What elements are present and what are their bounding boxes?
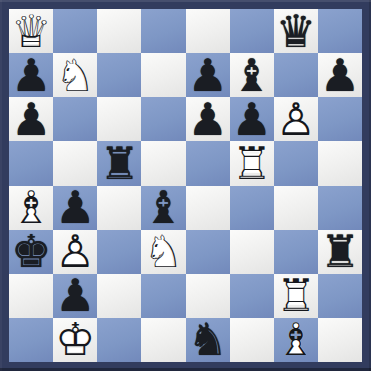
white-piece-outline-glyph: ♘ — [141, 230, 185, 274]
white-piece-outline-glyph: ♗ — [9, 186, 53, 230]
black-piece-glyph: ♚ — [9, 230, 53, 274]
black-piece-glyph: ♜ — [318, 230, 362, 274]
square-f3[interactable] — [230, 230, 274, 274]
square-a1[interactable] — [9, 318, 53, 362]
white-rook-piece[interactable]: ♜♖ — [230, 141, 274, 185]
square-f8[interactable] — [230, 9, 274, 53]
square-b3[interactable]: ♟♙ — [53, 230, 97, 274]
square-b4[interactable]: ♟ — [53, 186, 97, 230]
square-h4[interactable] — [318, 186, 362, 230]
square-e6[interactable]: ♟ — [186, 97, 230, 141]
square-d6[interactable] — [141, 97, 185, 141]
square-a6[interactable]: ♟ — [9, 97, 53, 141]
black-rook-piece[interactable]: ♜ — [97, 141, 141, 185]
white-bishop-piece[interactable]: ♝♗ — [9, 186, 53, 230]
black-piece-glyph: ♟ — [53, 274, 97, 318]
square-e1[interactable]: ♞ — [186, 318, 230, 362]
square-b5[interactable] — [53, 141, 97, 185]
square-d1[interactable] — [141, 318, 185, 362]
black-knight-piece[interactable]: ♞ — [186, 318, 230, 362]
square-g8[interactable]: ♛ — [274, 9, 318, 53]
white-piece-outline-glyph: ♘ — [53, 53, 97, 97]
black-piece-glyph: ♟ — [318, 53, 362, 97]
black-piece-glyph: ♟ — [9, 53, 53, 97]
square-e3[interactable] — [186, 230, 230, 274]
square-e4[interactable] — [186, 186, 230, 230]
white-piece-outline-glyph: ♔ — [53, 318, 97, 362]
white-piece-outline-glyph: ♕ — [9, 9, 53, 53]
square-a8[interactable]: ♛♕ — [9, 9, 53, 53]
black-king-piece[interactable]: ♚ — [9, 230, 53, 274]
square-e5[interactable] — [186, 141, 230, 185]
black-pawn-piece[interactable]: ♟ — [230, 97, 274, 141]
square-f2[interactable] — [230, 274, 274, 318]
black-rook-piece[interactable]: ♜ — [318, 230, 362, 274]
square-c4[interactable] — [97, 186, 141, 230]
black-pawn-piece[interactable]: ♟ — [9, 53, 53, 97]
square-b1[interactable]: ♚♔ — [53, 318, 97, 362]
black-piece-glyph: ♟ — [230, 97, 274, 141]
square-a5[interactable] — [9, 141, 53, 185]
black-pawn-piece[interactable]: ♟ — [186, 53, 230, 97]
square-c7[interactable] — [97, 53, 141, 97]
square-b7[interactable]: ♞♘ — [53, 53, 97, 97]
white-piece-outline-glyph: ♗ — [274, 318, 318, 362]
black-bishop-piece[interactable]: ♝ — [230, 53, 274, 97]
black-piece-glyph: ♝ — [141, 186, 185, 230]
square-a4[interactable]: ♝♗ — [9, 186, 53, 230]
chess-board: ♛♕♛♟♞♘♟♝♟♟♟♟♟♙♜♜♖♝♗♟♝♚♟♙♞♘♜♟♜♖♚♔♞♝♗ — [9, 9, 362, 362]
black-pawn-piece[interactable]: ♟ — [9, 97, 53, 141]
white-bishop-piece[interactable]: ♝♗ — [274, 318, 318, 362]
square-g5[interactable] — [274, 141, 318, 185]
black-bishop-piece[interactable]: ♝ — [141, 186, 185, 230]
white-pawn-piece[interactable]: ♟♙ — [53, 230, 97, 274]
square-d4[interactable]: ♝ — [141, 186, 185, 230]
square-g2[interactable]: ♜♖ — [274, 274, 318, 318]
white-pawn-piece[interactable]: ♟♙ — [274, 97, 318, 141]
square-g7[interactable] — [274, 53, 318, 97]
black-queen-piece[interactable]: ♛ — [274, 9, 318, 53]
white-knight-piece[interactable]: ♞♘ — [141, 230, 185, 274]
square-e2[interactable] — [186, 274, 230, 318]
square-g1[interactable]: ♝♗ — [274, 318, 318, 362]
black-piece-glyph: ♟ — [9, 97, 53, 141]
square-f7[interactable]: ♝ — [230, 53, 274, 97]
black-pawn-piece[interactable]: ♟ — [318, 53, 362, 97]
square-d7[interactable] — [141, 53, 185, 97]
white-piece-outline-glyph: ♙ — [274, 97, 318, 141]
square-c3[interactable] — [97, 230, 141, 274]
square-f5[interactable]: ♜♖ — [230, 141, 274, 185]
square-g3[interactable] — [274, 230, 318, 274]
square-a3[interactable]: ♚ — [9, 230, 53, 274]
black-pawn-piece[interactable]: ♟ — [186, 97, 230, 141]
white-piece-outline-glyph: ♖ — [230, 141, 274, 185]
square-d5[interactable] — [141, 141, 185, 185]
square-g4[interactable] — [274, 186, 318, 230]
square-h3[interactable]: ♜ — [318, 230, 362, 274]
square-f1[interactable] — [230, 318, 274, 362]
black-piece-glyph: ♜ — [97, 141, 141, 185]
black-pawn-piece[interactable]: ♟ — [53, 186, 97, 230]
square-c2[interactable] — [97, 274, 141, 318]
square-e8[interactable] — [186, 9, 230, 53]
black-piece-glyph: ♟ — [53, 186, 97, 230]
square-h1[interactable] — [318, 318, 362, 362]
square-h5[interactable] — [318, 141, 362, 185]
square-c1[interactable] — [97, 318, 141, 362]
black-piece-glyph: ♝ — [230, 53, 274, 97]
square-e7[interactable]: ♟ — [186, 53, 230, 97]
square-c6[interactable] — [97, 97, 141, 141]
black-piece-glyph: ♟ — [186, 97, 230, 141]
square-d2[interactable] — [141, 274, 185, 318]
square-c5[interactable]: ♜ — [97, 141, 141, 185]
white-king-piece[interactable]: ♚♔ — [53, 318, 97, 362]
square-f6[interactable]: ♟ — [230, 97, 274, 141]
black-pawn-piece[interactable]: ♟ — [53, 274, 97, 318]
white-knight-piece[interactable]: ♞♘ — [53, 53, 97, 97]
square-h6[interactable] — [318, 97, 362, 141]
white-piece-outline-glyph: ♙ — [53, 230, 97, 274]
square-h7[interactable]: ♟ — [318, 53, 362, 97]
square-a7[interactable]: ♟ — [9, 53, 53, 97]
white-queen-piece[interactable]: ♛♕ — [9, 9, 53, 53]
square-g6[interactable]: ♟♙ — [274, 97, 318, 141]
board-frame: ♛♕♛♟♞♘♟♝♟♟♟♟♟♙♜♜♖♝♗♟♝♚♟♙♞♘♜♟♜♖♚♔♞♝♗ — [0, 0, 371, 371]
black-piece-glyph: ♞ — [186, 318, 230, 362]
square-h8[interactable] — [318, 9, 362, 53]
square-b2[interactable]: ♟ — [53, 274, 97, 318]
black-piece-glyph: ♟ — [186, 53, 230, 97]
square-f4[interactable] — [230, 186, 274, 230]
square-a2[interactable] — [9, 274, 53, 318]
white-piece-outline-glyph: ♖ — [274, 274, 318, 318]
white-rook-piece[interactable]: ♜♖ — [274, 274, 318, 318]
square-b6[interactable] — [53, 97, 97, 141]
black-piece-glyph: ♛ — [274, 9, 318, 53]
square-h2[interactable] — [318, 274, 362, 318]
square-b8[interactable] — [53, 9, 97, 53]
square-c8[interactable] — [97, 9, 141, 53]
square-d8[interactable] — [141, 9, 185, 53]
square-d3[interactable]: ♞♘ — [141, 230, 185, 274]
